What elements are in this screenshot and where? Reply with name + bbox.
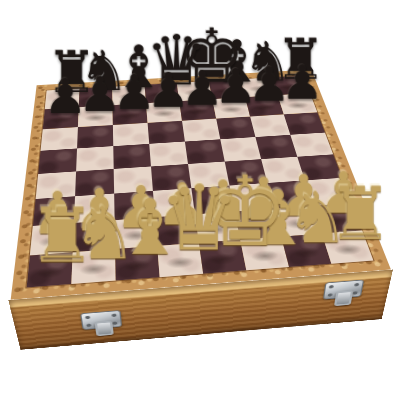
square-h6[interactable]: [284, 112, 325, 134]
left-latch-clasp: [80, 310, 122, 330]
square-c6[interactable]: [113, 123, 149, 146]
board-border: ♜♞♝♛♚♝♞♜♟♟♟♟♟♟♟♟♟♟♟♟♟♟♟♟♜♞♝♛♚♝♞♜: [11, 70, 391, 300]
square-a7[interactable]: ♟: [43, 107, 79, 129]
square-b5[interactable]: [76, 146, 114, 171]
square-d5[interactable]: [149, 142, 188, 167]
square-h5[interactable]: [290, 133, 333, 157]
latch-hook-icon: [334, 290, 353, 306]
chess-box: ♜♞♝♛♚♝♞♜♟♟♟♟♟♟♟♟♟♟♟♟♟♟♟♟♜♞♝♛♚♝♞♜: [11, 70, 391, 300]
square-f6[interactable]: [216, 116, 255, 139]
square-a5[interactable]: [38, 148, 77, 174]
piece-white-rook[interactable]: ♜: [28, 198, 72, 273]
scene-3d: ♜♞♝♛♚♝♞♜♟♟♟♟♟♟♟♟♟♟♟♟♟♟♟♟♜♞♝♛♚♝♞♜: [0, 0, 411, 412]
piece-black-pawn[interactable]: ♟: [44, 72, 78, 120]
square-b6[interactable]: [77, 125, 113, 149]
chess-board: ♜♞♝♛♚♝♞♜♟♟♟♟♟♟♟♟♟♟♟♟♟♟♟♟♜♞♝♛♚♝♞♜: [27, 76, 374, 288]
photo-stage: ♜♞♝♛♚♝♞♜♟♟♟♟♟♟♟♟♟♟♟♟♟♟♟♟♜♞♝♛♚♝♞♜: [0, 0, 411, 412]
square-d6[interactable]: [148, 121, 185, 144]
latch-hook-icon: [95, 321, 114, 336]
right-latch-clasp: [323, 280, 364, 300]
square-a1[interactable]: ♜: [27, 252, 73, 287]
square-e6[interactable]: [182, 119, 220, 142]
square-a6[interactable]: [41, 127, 78, 151]
square-c5[interactable]: [113, 144, 151, 169]
